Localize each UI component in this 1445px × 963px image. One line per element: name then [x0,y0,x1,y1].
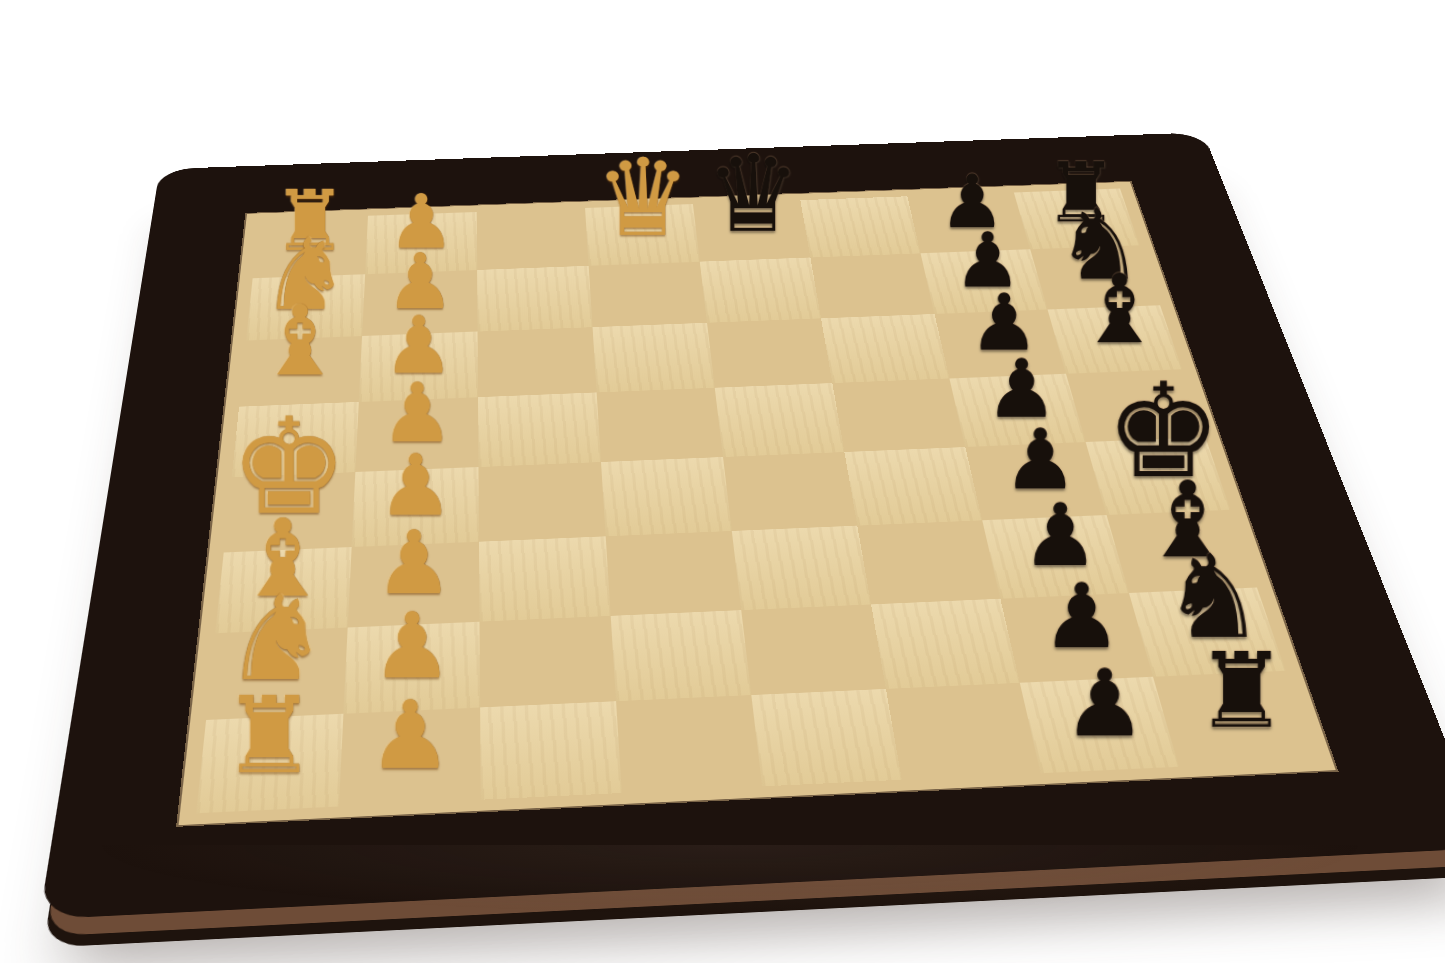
square-g3[interactable] [479,616,616,708]
white-pawn[interactable]: ♟ [368,689,453,783]
square-b3[interactable] [477,266,592,332]
square-e4[interactable] [601,457,732,536]
square-a3[interactable] [476,208,588,270]
square-d6[interactable] [832,379,965,453]
square-b4[interactable] [588,262,706,328]
square-h6[interactable] [885,683,1040,780]
board-perspective-wrapper: ♜♟♛♛♟♜♞♟♟♞♝♟♟♝♟♟♚♟♟♚♝♟♟♝♞♟♟♞♜♟♟♜ [39,133,1445,920]
square-d3[interactable] [478,393,601,468]
square-c5[interactable] [707,319,832,388]
square-g5[interactable] [741,605,886,696]
black-pawn[interactable]: ♟ [1063,658,1146,751]
board-frame: ♜♟♛♛♟♜♞♟♟♞♝♟♟♝♟♟♚♟♟♚♝♟♟♝♞♟♟♞♜♟♟♜ [39,133,1445,920]
square-h1[interactable]: ♜ [196,714,343,814]
square-c4[interactable] [592,323,714,393]
product-photo-canvas: ♜♟♛♛♟♜♞♟♟♞♝♟♟♝♟♟♚♟♟♚♝♟♟♝♞♟♟♞♜♟♟♜ [0,0,1445,963]
square-d5[interactable] [714,383,844,457]
square-d4[interactable] [596,388,722,462]
white-bishop[interactable]: ♝ [256,293,343,390]
square-b6[interactable] [810,254,934,319]
square-h7[interactable]: ♟ [1019,677,1178,773]
white-pawn[interactable]: ♟ [371,601,452,692]
square-c6[interactable] [821,314,949,383]
square-e3[interactable] [478,462,605,542]
board-border: ♜♟♛♛♟♜♞♟♟♞♝♟♟♝♟♟♚♟♟♚♝♟♟♝♞♟♟♞♜♟♟♜ [176,181,1339,827]
square-h3[interactable] [480,702,622,800]
white-rook[interactable]: ♜ [221,684,316,790]
square-h8[interactable]: ♜ [1153,671,1316,767]
square-f4[interactable] [605,531,741,616]
square-a5[interactable]: ♛ [692,201,809,262]
white-queen[interactable]: ♛ [595,145,691,252]
square-f5[interactable] [731,526,870,610]
square-e5[interactable] [723,452,857,531]
square-c3[interactable] [477,328,596,398]
square-f6[interactable] [857,521,1000,605]
square-e6[interactable] [844,447,982,526]
chess-board: ♜♟♛♛♟♜♞♟♟♞♝♟♟♝♟♟♚♟♟♚♝♟♟♝♞♟♟♞♜♟♟♜ [196,189,1316,814]
square-b5[interactable] [699,258,820,323]
square-h4[interactable] [616,695,762,793]
square-h5[interactable] [751,689,901,786]
square-g4[interactable] [610,611,751,702]
square-h2[interactable]: ♟ [338,708,480,807]
square-a6[interactable] [800,197,920,258]
square-f3[interactable] [478,537,610,622]
black-queen[interactable]: ♛ [705,141,801,248]
square-g6[interactable] [871,599,1020,689]
black-rook[interactable]: ♜ [1194,640,1287,744]
black-bishop[interactable]: ♝ [1076,262,1162,357]
square-a4[interactable]: ♛ [585,204,700,266]
